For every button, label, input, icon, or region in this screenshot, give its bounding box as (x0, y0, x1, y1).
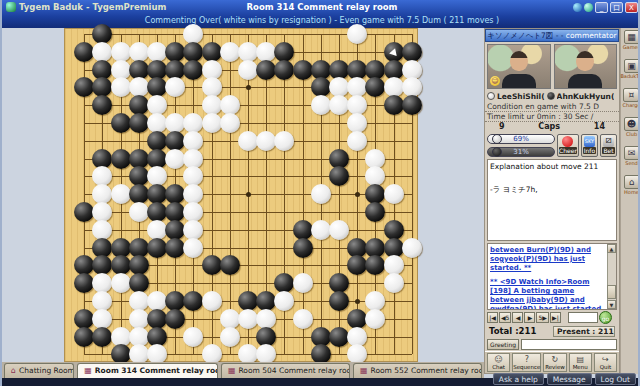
panel-toolbar: ☺Chat?Sequence↻Review▤Menu↪Quit (485, 351, 619, 373)
dice-icon: ⚂ (603, 136, 614, 147)
tab-icon: ⌂ (11, 364, 16, 378)
black-stone (384, 220, 404, 240)
white-stone (129, 309, 149, 329)
nav-button-1[interactable]: ◀5 (499, 312, 511, 323)
home-icon: ⌂ (624, 175, 640, 189)
black-stone (347, 309, 367, 329)
white-stone (274, 291, 294, 311)
black-stone (111, 113, 131, 133)
white-stone (365, 309, 385, 329)
grid-line-h (84, 230, 412, 231)
white-stone (384, 273, 404, 293)
charge-icon: ¤ (623, 88, 639, 102)
explanation-title: Explanation about move 211 (490, 162, 614, 171)
black-stone (274, 60, 294, 80)
white-stone (347, 113, 367, 133)
tab-icon: ▦ (228, 364, 236, 378)
chat-icon: ☺ (494, 355, 502, 364)
white-stone (329, 220, 349, 240)
black-stone (293, 238, 313, 258)
message-button[interactable]: Message (547, 373, 592, 385)
go-button[interactable]: go (599, 311, 612, 324)
info-button[interactable]: SKY Info (581, 134, 598, 157)
white-slider-knob[interactable] (492, 134, 502, 144)
room-title: Room 314 Comment relay room (2, 2, 640, 12)
black-stone (92, 327, 112, 347)
white-stone (238, 42, 258, 62)
go-board[interactable] (64, 28, 418, 362)
white-stone (92, 42, 112, 62)
black-stone (329, 327, 349, 347)
white-stone (202, 291, 222, 311)
review-button[interactable]: ↻Review (543, 353, 566, 372)
quit-button[interactable]: ↪Quit (594, 353, 617, 372)
close-button[interactable]: X (625, 2, 638, 13)
tab-icon: ▦ (84, 364, 92, 378)
white-stone (329, 95, 349, 115)
white-stone (220, 113, 240, 133)
strip-item-charge[interactable]: ¤Charge (623, 88, 640, 108)
black-stone (329, 291, 349, 311)
tab-icon: ▦ (360, 364, 368, 378)
white-captures: 9 (499, 122, 505, 133)
white-player-name: LeeShiShil( (497, 92, 545, 101)
white-stone (220, 327, 240, 347)
time-limit-line: Time limit ur 0min : 30 Sec / (485, 112, 619, 122)
black-stone (74, 77, 94, 97)
club-icon: ☻ (624, 117, 640, 131)
chat-link-2[interactable]: ** <9D Watch Info>Room [198] A betting g… (490, 278, 606, 309)
white-stone (256, 131, 276, 151)
white-stone (92, 309, 112, 329)
black-stone (74, 327, 94, 347)
white-stone (165, 149, 185, 169)
black-stone (165, 220, 185, 240)
strip-item-send[interactable]: ✉Send (624, 146, 640, 166)
black-stone (384, 95, 404, 115)
review-icon: ↻ (552, 355, 559, 364)
white-stone (238, 60, 258, 80)
black-stone (365, 255, 385, 275)
black-stone (365, 202, 385, 222)
white-stone (384, 184, 404, 204)
grid-line-v (303, 34, 304, 354)
black-winrate-value: 31% (513, 148, 529, 156)
white-stone (293, 273, 313, 293)
white-stone (129, 202, 149, 222)
status-orb-icon[interactable] (584, 3, 593, 12)
black-stone (183, 42, 203, 62)
white-stone (347, 131, 367, 151)
explanation-body: -ラ ヨミチ7h, (490, 185, 614, 195)
nav-button-3[interactable]: ▶ (524, 312, 535, 323)
bet-button[interactable]: ⚂ Bet (600, 134, 617, 157)
black-stone (92, 24, 112, 44)
star-point (246, 85, 251, 90)
room-tabs: ⌂Chatting Room▦Room 314 Comment relay ro… (2, 362, 484, 378)
white-stone (183, 327, 203, 347)
black-stone (165, 238, 185, 258)
sequence-icon: ? (525, 355, 529, 364)
ask-a-help-button[interactable]: Ask a help (493, 373, 544, 385)
black-stone (256, 60, 276, 80)
white-stone (402, 238, 422, 258)
black-stone (74, 42, 94, 62)
star-point (246, 192, 251, 197)
white-winrate-slider[interactable]: 69% (487, 134, 555, 144)
white-stone (147, 220, 167, 240)
white-stone (238, 309, 258, 329)
tab-room-504-comment-relay-room[interactable]: ▦Room 504 Comment relay room (221, 363, 350, 378)
white-stone (202, 113, 222, 133)
greeting-input[interactable] (521, 339, 617, 350)
app-window: Tygem Baduk - TygemPremium Room 314 Comm… (0, 0, 640, 386)
white-winrate-value: 69% (513, 135, 529, 143)
baduktv-icon: ▣ (624, 59, 640, 73)
chat-scrollbar[interactable]: ▲ ▼ (607, 244, 616, 308)
black-stone (293, 220, 313, 240)
black-stone (74, 273, 94, 293)
black-winrate-slider[interactable]: 31% (487, 147, 555, 157)
black-stone (74, 309, 94, 329)
white-stone (92, 291, 112, 311)
white-stone (92, 202, 112, 222)
black-stone (220, 255, 240, 275)
info-icon: SKY (584, 136, 595, 147)
minimize-button[interactable]: _ (595, 2, 608, 13)
black-stone (293, 60, 313, 80)
white-stone (347, 24, 367, 44)
black-player-photo (554, 44, 618, 89)
white-stone (311, 95, 331, 115)
cheer-button[interactable]: Cheer (557, 134, 579, 157)
menu-icon: ▤ (576, 355, 584, 364)
menu-button[interactable]: ▤Menu (569, 353, 592, 372)
white-stone (165, 77, 185, 97)
black-stone (147, 131, 167, 151)
black-stone (183, 60, 203, 80)
white-stone (92, 220, 112, 240)
black-stone (147, 238, 167, 258)
black-stone (402, 42, 422, 62)
nav-button-5[interactable]: ▶| (550, 312, 561, 323)
move-navigation: |◀◀5◀▶5▶▶|go (485, 311, 619, 326)
star-point (355, 192, 360, 197)
white-stone (311, 220, 331, 240)
bottom-buttons: Ask a helpMessageLog Out (442, 373, 640, 386)
strip-item-club[interactable]: ☻Club (624, 117, 640, 137)
black-player-name: AhnKukHyun( (557, 92, 615, 101)
send-icon: ✉ (624, 146, 640, 160)
greeting-button[interactable]: Greeting (487, 339, 519, 350)
maximize-button[interactable]: 口 (610, 2, 623, 13)
white-stone (183, 238, 203, 258)
chat-link-1[interactable]: between Burn(P)(9D) and sogyeok(P)(9D) h… (490, 246, 606, 272)
move-explanation-box[interactable]: Explanation about move 211 -ラ ヨミチ7h, (487, 159, 617, 241)
cheer-icon (562, 136, 573, 147)
white-stone (256, 42, 276, 62)
black-captures: 14 (594, 122, 605, 133)
black-stone (74, 202, 94, 222)
quit-icon: ↪ (602, 355, 609, 364)
black-stone (183, 291, 203, 311)
white-stone (365, 291, 385, 311)
black-stone (111, 149, 131, 169)
caps-label: Caps (538, 122, 560, 133)
strip-item-home[interactable]: ⌂Home (624, 175, 640, 195)
white-stone (311, 184, 331, 204)
white-stone (183, 131, 203, 151)
sequence-button[interactable]: ?Sequence (512, 353, 541, 372)
scroll-down-icon[interactable]: ▼ (607, 300, 616, 309)
white-stone (293, 309, 313, 329)
present-move-box: Present : 211 (553, 326, 615, 337)
black-stone-icon (547, 92, 555, 100)
black-stone (329, 166, 349, 186)
black-stone (147, 309, 167, 329)
globe-icon[interactable] (573, 3, 582, 12)
white-stone (147, 42, 167, 62)
tab-chatting-room[interactable]: ⌂Chatting Room (4, 363, 74, 378)
white-stone (165, 113, 185, 133)
move-number-input[interactable] (568, 312, 598, 323)
strip-item-baduktv[interactable]: ▣BadukTV (620, 59, 640, 79)
black-stone (202, 42, 222, 62)
white-stone (183, 113, 203, 133)
smiley-badge-icon: ☺ (490, 76, 500, 86)
black-stone (347, 255, 367, 275)
black-stone (274, 42, 294, 62)
nav-button-2[interactable]: ◀ (512, 312, 523, 323)
black-stone (202, 255, 222, 275)
chat-button[interactable]: ☺Chat (487, 353, 510, 372)
white-stone (183, 220, 203, 240)
strip-item-games[interactable]: ▦Games (623, 30, 640, 50)
white-stone (183, 24, 203, 44)
white-stone (220, 42, 240, 62)
tab-room-314-comment-relay-room[interactable]: ▦Room 314 Comment relay room (77, 363, 218, 378)
total-moves-label: Total :211 (489, 326, 536, 336)
chat-scroll-thumb[interactable] (607, 285, 616, 299)
white-stone (111, 273, 131, 293)
white-stone (111, 77, 131, 97)
white-stone (274, 131, 294, 151)
black-stone (165, 202, 185, 222)
white-player-photo: ☺ (487, 44, 551, 89)
black-stone (365, 77, 385, 97)
black-stone (402, 95, 422, 115)
black-stone (256, 291, 276, 311)
white-stone (129, 42, 149, 62)
chat-message-box[interactable]: between Burn(P)(9D) and sogyeok(P)(9D) h… (487, 243, 617, 309)
black-stone (165, 291, 185, 311)
white-stone (183, 202, 203, 222)
black-stone (92, 95, 112, 115)
black-stone (165, 309, 185, 329)
white-stone-icon (487, 92, 495, 100)
condition-line: Condition en game with 7.5 D (485, 102, 619, 112)
games-icon: ▦ (624, 30, 640, 44)
white-stone (111, 184, 131, 204)
nav-button-4[interactable]: 5▶ (536, 312, 548, 323)
white-stone (256, 309, 276, 329)
log-out-button[interactable]: Log Out (595, 373, 636, 385)
black-slider-knob[interactable] (492, 147, 502, 157)
nav-button-0[interactable]: |◀ (487, 312, 498, 323)
white-stone (220, 309, 240, 329)
scroll-up-icon[interactable]: ▲ (607, 244, 616, 253)
panel-header: キソノメノヘト7図 - - commentator (485, 29, 619, 42)
white-stone (238, 131, 258, 151)
black-stone (165, 42, 185, 62)
star-point (355, 299, 360, 304)
side-icon-strip: ▦Games▣BadukTV¤Charge☻Club✉Send⌂Home (620, 28, 640, 374)
black-stone (165, 131, 185, 151)
white-stone (111, 42, 131, 62)
black-stone (129, 113, 149, 133)
commentator-panel: キソノメノヘト7図 - - commentator ☺ LeeShiShil( … (484, 28, 620, 374)
